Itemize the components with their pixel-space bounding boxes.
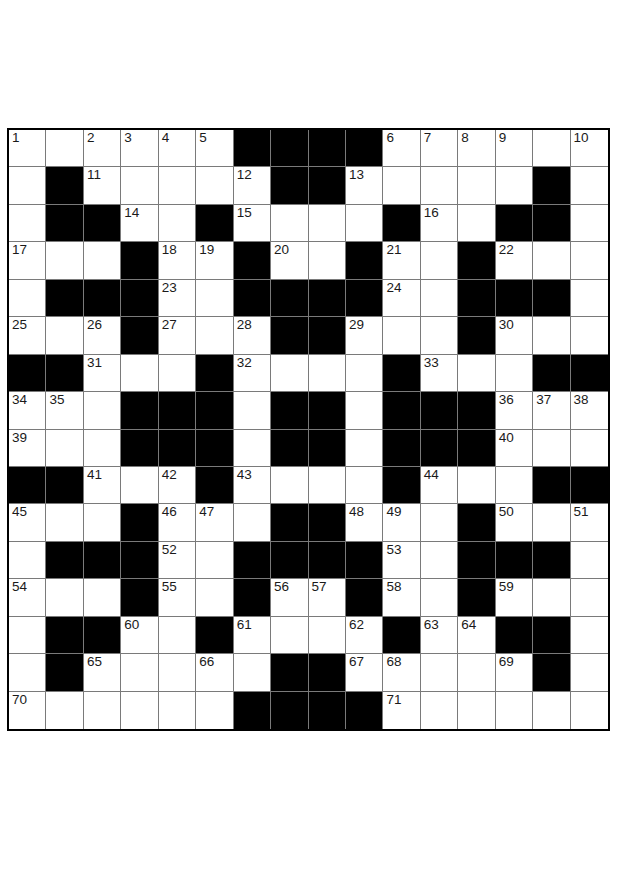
clue-number-49: 49 xyxy=(386,504,401,519)
cell-r2c4[interactable] xyxy=(121,167,158,204)
cell-r16c13[interactable] xyxy=(458,692,495,729)
clue-number-32: 32 xyxy=(237,355,252,370)
cell-r11c10[interactable]: 48 xyxy=(346,504,383,541)
clue-number-70: 70 xyxy=(12,692,27,707)
cell-r13c5[interactable]: 55 xyxy=(159,579,196,616)
cell-r14c8[interactable] xyxy=(271,617,308,654)
cell-r2c3[interactable]: 11 xyxy=(84,167,121,204)
cell-r16c3[interactable] xyxy=(84,692,121,729)
cell-r9c10[interactable] xyxy=(346,430,383,467)
clue-number-6: 6 xyxy=(386,130,394,145)
cell-r3c1[interactable] xyxy=(9,205,46,242)
black-cell-r12c7 xyxy=(234,542,271,579)
cell-r11c5[interactable]: 46 xyxy=(159,504,196,541)
cell-r6c15[interactable] xyxy=(533,317,570,354)
cell-r13c8[interactable]: 56 xyxy=(271,579,308,616)
cell-r13c14[interactable]: 59 xyxy=(496,579,533,616)
cell-r6c10[interactable]: 29 xyxy=(346,317,383,354)
cell-r1c1[interactable]: 1 xyxy=(9,130,46,167)
clue-number-40: 40 xyxy=(499,430,514,445)
cell-r6c7[interactable]: 28 xyxy=(234,317,271,354)
cell-r8c7[interactable] xyxy=(234,392,271,429)
cell-r14c4[interactable]: 60 xyxy=(121,617,158,654)
cell-r4c12[interactable] xyxy=(421,242,458,279)
clue-number-35: 35 xyxy=(49,392,64,407)
cell-r8c14[interactable]: 36 xyxy=(496,392,533,429)
cell-r1c2[interactable] xyxy=(46,130,83,167)
cell-r14c9[interactable] xyxy=(309,617,346,654)
cell-r15c12[interactable] xyxy=(421,654,458,691)
cell-r13c9[interactable]: 57 xyxy=(309,579,346,616)
black-cell-r5c9 xyxy=(309,280,346,317)
cell-r6c3[interactable]: 26 xyxy=(84,317,121,354)
clue-number-45: 45 xyxy=(12,504,27,519)
black-cell-r13c10 xyxy=(346,579,383,616)
black-cell-r8c6 xyxy=(196,392,233,429)
cell-r16c16[interactable] xyxy=(571,692,608,729)
cell-r3c9[interactable] xyxy=(309,205,346,242)
cell-r4c14[interactable]: 22 xyxy=(496,242,533,279)
clue-number-62: 62 xyxy=(349,617,364,632)
clue-number-27: 27 xyxy=(162,317,177,332)
clue-number-55: 55 xyxy=(162,579,177,594)
black-cell-r2c2 xyxy=(46,167,83,204)
cell-r3c7[interactable]: 15 xyxy=(234,205,271,242)
clue-number-10: 10 xyxy=(574,130,589,145)
clue-number-59: 59 xyxy=(499,579,514,594)
cell-r4c11[interactable]: 21 xyxy=(383,242,420,279)
cell-r16c5[interactable] xyxy=(159,692,196,729)
black-cell-r12c15 xyxy=(533,542,570,579)
clue-number-25: 25 xyxy=(12,317,27,332)
clue-number-4: 4 xyxy=(162,130,170,145)
cell-r9c1[interactable]: 39 xyxy=(9,430,46,467)
black-cell-r9c8 xyxy=(271,430,308,467)
black-cell-r7c11 xyxy=(383,355,420,392)
cell-r15c10[interactable]: 67 xyxy=(346,654,383,691)
cell-r14c1[interactable] xyxy=(9,617,46,654)
cell-r8c2[interactable]: 35 xyxy=(46,392,83,429)
cell-r10c13[interactable] xyxy=(458,467,495,504)
cell-r7c8[interactable] xyxy=(271,355,308,392)
cell-r7c13[interactable] xyxy=(458,355,495,392)
cell-r14c7[interactable]: 61 xyxy=(234,617,271,654)
black-cell-r16c10 xyxy=(346,692,383,729)
black-cell-r1c10 xyxy=(346,130,383,167)
cell-r15c16[interactable] xyxy=(571,654,608,691)
cell-r10c10[interactable] xyxy=(346,467,383,504)
clue-number-3: 3 xyxy=(124,130,132,145)
cell-r7c3[interactable]: 31 xyxy=(84,355,121,392)
black-cell-r13c7 xyxy=(234,579,271,616)
clue-number-56: 56 xyxy=(274,579,289,594)
black-cell-r7c15 xyxy=(533,355,570,392)
cell-r4c16[interactable] xyxy=(571,242,608,279)
cell-r3c4[interactable]: 14 xyxy=(121,205,158,242)
cell-r11c14[interactable]: 50 xyxy=(496,504,533,541)
clue-number-39: 39 xyxy=(12,430,27,445)
black-cell-r16c9 xyxy=(309,692,346,729)
cell-r15c1[interactable] xyxy=(9,654,46,691)
black-cell-r5c15 xyxy=(533,280,570,317)
clue-number-47: 47 xyxy=(199,504,214,519)
clue-number-14: 14 xyxy=(124,205,139,220)
cell-r14c10[interactable]: 62 xyxy=(346,617,383,654)
cell-r12c1[interactable] xyxy=(9,542,46,579)
black-cell-r14c14 xyxy=(496,617,533,654)
clue-number-30: 30 xyxy=(499,317,514,332)
cell-r16c12[interactable] xyxy=(421,692,458,729)
black-cell-r13c4 xyxy=(121,579,158,616)
cell-r11c12[interactable] xyxy=(421,504,458,541)
cell-r10c3[interactable]: 41 xyxy=(84,467,121,504)
cell-r12c5[interactable]: 52 xyxy=(159,542,196,579)
black-cell-r5c7 xyxy=(234,280,271,317)
black-cell-r6c9 xyxy=(309,317,346,354)
black-cell-r16c8 xyxy=(271,692,308,729)
black-cell-r5c3 xyxy=(84,280,121,317)
black-cell-r15c8 xyxy=(271,654,308,691)
cell-r5c5[interactable]: 23 xyxy=(159,280,196,317)
cell-r14c12[interactable]: 63 xyxy=(421,617,458,654)
clue-number-15: 15 xyxy=(237,205,252,220)
cell-r11c15[interactable] xyxy=(533,504,570,541)
black-cell-r7c2 xyxy=(46,355,83,392)
cell-r3c13[interactable] xyxy=(458,205,495,242)
black-cell-r2c9 xyxy=(309,167,346,204)
cell-r15c3[interactable]: 65 xyxy=(84,654,121,691)
cell-r11c2[interactable] xyxy=(46,504,83,541)
black-cell-r2c8 xyxy=(271,167,308,204)
black-cell-r10c15 xyxy=(533,467,570,504)
black-cell-r10c6 xyxy=(196,467,233,504)
cell-r5c1[interactable] xyxy=(9,280,46,317)
cell-r9c7[interactable] xyxy=(234,430,271,467)
black-cell-r5c10 xyxy=(346,280,383,317)
cell-r4c3[interactable] xyxy=(84,242,121,279)
cell-r7c9[interactable] xyxy=(309,355,346,392)
black-cell-r15c15 xyxy=(533,654,570,691)
cell-r8c16[interactable]: 38 xyxy=(571,392,608,429)
clue-number-41: 41 xyxy=(87,467,102,482)
clue-number-24: 24 xyxy=(386,280,401,295)
cell-r11c11[interactable]: 49 xyxy=(383,504,420,541)
black-cell-r8c13 xyxy=(458,392,495,429)
cell-r9c14[interactable]: 40 xyxy=(496,430,533,467)
clue-number-53: 53 xyxy=(386,542,401,557)
clue-number-23: 23 xyxy=(162,280,177,295)
cell-r3c16[interactable] xyxy=(571,205,608,242)
black-cell-r7c1 xyxy=(9,355,46,392)
clue-number-31: 31 xyxy=(87,355,102,370)
clue-number-52: 52 xyxy=(162,542,177,557)
cell-r1c6[interactable]: 5 xyxy=(196,130,233,167)
black-cell-r3c3 xyxy=(84,205,121,242)
cell-r1c12[interactable]: 7 xyxy=(421,130,458,167)
cell-r9c2[interactable] xyxy=(46,430,83,467)
clue-number-38: 38 xyxy=(574,392,589,407)
cell-r6c11[interactable] xyxy=(383,317,420,354)
cell-r11c16[interactable]: 51 xyxy=(571,504,608,541)
cell-r13c6[interactable] xyxy=(196,579,233,616)
cell-r13c15[interactable] xyxy=(533,579,570,616)
black-cell-r6c8 xyxy=(271,317,308,354)
cell-r16c15[interactable] xyxy=(533,692,570,729)
cell-r4c5[interactable]: 18 xyxy=(159,242,196,279)
cell-r13c11[interactable]: 58 xyxy=(383,579,420,616)
clue-number-61: 61 xyxy=(237,617,252,632)
cell-r15c11[interactable]: 68 xyxy=(383,654,420,691)
cell-r12c12[interactable] xyxy=(421,542,458,579)
cell-r6c16[interactable] xyxy=(571,317,608,354)
cell-r6c1[interactable]: 25 xyxy=(9,317,46,354)
clue-number-9: 9 xyxy=(499,130,507,145)
cell-r2c5[interactable] xyxy=(159,167,196,204)
black-cell-r6c4 xyxy=(121,317,158,354)
black-cell-r8c5 xyxy=(159,392,196,429)
black-cell-r8c11 xyxy=(383,392,420,429)
black-cell-r4c13 xyxy=(458,242,495,279)
cell-r15c13[interactable] xyxy=(458,654,495,691)
black-cell-r10c1 xyxy=(9,467,46,504)
black-cell-r15c2 xyxy=(46,654,83,691)
clue-number-68: 68 xyxy=(386,654,401,669)
cell-r7c5[interactable] xyxy=(159,355,196,392)
black-cell-r10c16 xyxy=(571,467,608,504)
black-cell-r1c9 xyxy=(309,130,346,167)
black-cell-r10c2 xyxy=(46,467,83,504)
cell-r1c4[interactable]: 3 xyxy=(121,130,158,167)
cell-r8c1[interactable]: 34 xyxy=(9,392,46,429)
cell-r2c6[interactable] xyxy=(196,167,233,204)
black-cell-r11c8 xyxy=(271,504,308,541)
cell-r2c7[interactable]: 12 xyxy=(234,167,271,204)
clue-number-63: 63 xyxy=(424,617,439,632)
cell-r5c6[interactable] xyxy=(196,280,233,317)
clue-number-11: 11 xyxy=(87,167,101,182)
black-cell-r12c9 xyxy=(309,542,346,579)
cell-r16c11[interactable]: 71 xyxy=(383,692,420,729)
cell-r10c4[interactable] xyxy=(121,467,158,504)
cell-r11c1[interactable]: 45 xyxy=(9,504,46,541)
black-cell-r2c15 xyxy=(533,167,570,204)
cell-r1c16[interactable]: 10 xyxy=(571,130,608,167)
black-cell-r9c4 xyxy=(121,430,158,467)
cell-r7c4[interactable] xyxy=(121,355,158,392)
black-cell-r9c6 xyxy=(196,430,233,467)
cell-r13c16[interactable] xyxy=(571,579,608,616)
cell-r3c10[interactable] xyxy=(346,205,383,242)
cell-r2c12[interactable] xyxy=(421,167,458,204)
cell-r13c1[interactable]: 54 xyxy=(9,579,46,616)
cell-r8c10[interactable] xyxy=(346,392,383,429)
cell-r2c16[interactable] xyxy=(571,167,608,204)
black-cell-r12c10 xyxy=(346,542,383,579)
cell-r9c16[interactable] xyxy=(571,430,608,467)
black-cell-r3c2 xyxy=(46,205,83,242)
cell-r6c5[interactable]: 27 xyxy=(159,317,196,354)
cell-r14c16[interactable] xyxy=(571,617,608,654)
cell-r6c14[interactable]: 30 xyxy=(496,317,533,354)
clue-number-50: 50 xyxy=(499,504,514,519)
cell-r9c3[interactable] xyxy=(84,430,121,467)
black-cell-r16c7 xyxy=(234,692,271,729)
clue-number-46: 46 xyxy=(162,504,177,519)
clue-number-13: 13 xyxy=(349,167,364,182)
clue-number-36: 36 xyxy=(499,392,514,407)
cell-r1c3[interactable]: 2 xyxy=(84,130,121,167)
cell-r16c2[interactable] xyxy=(46,692,83,729)
cell-r6c2[interactable] xyxy=(46,317,83,354)
cell-r6c12[interactable] xyxy=(421,317,458,354)
cell-r1c13[interactable]: 8 xyxy=(458,130,495,167)
clue-number-2: 2 xyxy=(87,130,95,145)
cell-r4c15[interactable] xyxy=(533,242,570,279)
black-cell-r14c15 xyxy=(533,617,570,654)
cell-r4c6[interactable]: 19 xyxy=(196,242,233,279)
page: { "game": "crossword", "grid": { "rows":… xyxy=(0,0,620,875)
cell-r10c9[interactable] xyxy=(309,467,346,504)
cell-r2c13[interactable] xyxy=(458,167,495,204)
crossword-grid: 1234567891011121314151617181920212223242… xyxy=(7,128,610,731)
cell-r15c7[interactable] xyxy=(234,654,271,691)
cell-r13c2[interactable] xyxy=(46,579,83,616)
black-cell-r9c11 xyxy=(383,430,420,467)
black-cell-r9c13 xyxy=(458,430,495,467)
black-cell-r7c16 xyxy=(571,355,608,392)
clue-number-22: 22 xyxy=(499,242,514,257)
cell-r16c1[interactable]: 70 xyxy=(9,692,46,729)
cell-r1c5[interactable]: 4 xyxy=(159,130,196,167)
cell-r10c5[interactable]: 42 xyxy=(159,467,196,504)
cell-r7c14[interactable] xyxy=(496,355,533,392)
cell-r13c12[interactable] xyxy=(421,579,458,616)
cell-r4c8[interactable]: 20 xyxy=(271,242,308,279)
cell-r14c13[interactable]: 64 xyxy=(458,617,495,654)
black-cell-r12c4 xyxy=(121,542,158,579)
cell-r10c8[interactable] xyxy=(271,467,308,504)
cell-r5c11[interactable]: 24 xyxy=(383,280,420,317)
cell-r7c10[interactable] xyxy=(346,355,383,392)
black-cell-r12c8 xyxy=(271,542,308,579)
cell-r15c6[interactable]: 66 xyxy=(196,654,233,691)
cell-r5c12[interactable] xyxy=(421,280,458,317)
clue-number-60: 60 xyxy=(124,617,139,632)
cell-r6c6[interactable] xyxy=(196,317,233,354)
cell-r10c14[interactable] xyxy=(496,467,533,504)
cell-r11c6[interactable]: 47 xyxy=(196,504,233,541)
cell-r2c11[interactable] xyxy=(383,167,420,204)
cell-r9c15[interactable] xyxy=(533,430,570,467)
cell-r4c2[interactable] xyxy=(46,242,83,279)
cell-r7c12[interactable]: 33 xyxy=(421,355,458,392)
clue-number-12: 12 xyxy=(237,167,252,182)
cell-r11c3[interactable] xyxy=(84,504,121,541)
black-cell-r5c2 xyxy=(46,280,83,317)
cell-r16c4[interactable] xyxy=(121,692,158,729)
clue-number-29: 29 xyxy=(349,317,364,332)
black-cell-r9c9 xyxy=(309,430,346,467)
cell-r13c3[interactable] xyxy=(84,579,121,616)
clue-number-69: 69 xyxy=(499,654,514,669)
cell-r16c6[interactable] xyxy=(196,692,233,729)
black-cell-r14c6 xyxy=(196,617,233,654)
black-cell-r3c15 xyxy=(533,205,570,242)
clue-number-18: 18 xyxy=(162,242,177,257)
clue-number-48: 48 xyxy=(349,504,364,519)
black-cell-r8c9 xyxy=(309,392,346,429)
clue-number-20: 20 xyxy=(274,242,289,257)
cell-r8c15[interactable]: 37 xyxy=(533,392,570,429)
cell-r1c11[interactable]: 6 xyxy=(383,130,420,167)
clue-number-16: 16 xyxy=(424,205,439,220)
black-cell-r4c4 xyxy=(121,242,158,279)
clue-number-17: 17 xyxy=(12,242,27,257)
black-cell-r5c8 xyxy=(271,280,308,317)
cell-r12c16[interactable] xyxy=(571,542,608,579)
black-cell-r1c7 xyxy=(234,130,271,167)
cell-r15c4[interactable] xyxy=(121,654,158,691)
black-cell-r9c5 xyxy=(159,430,196,467)
cell-r2c14[interactable] xyxy=(496,167,533,204)
cell-r1c14[interactable]: 9 xyxy=(496,130,533,167)
cell-r1c15[interactable] xyxy=(533,130,570,167)
black-cell-r12c13 xyxy=(458,542,495,579)
black-cell-r3c11 xyxy=(383,205,420,242)
black-cell-r8c12 xyxy=(421,392,458,429)
black-cell-r11c13 xyxy=(458,504,495,541)
black-cell-r6c13 xyxy=(458,317,495,354)
cell-r7c7[interactable]: 32 xyxy=(234,355,271,392)
clue-number-65: 65 xyxy=(87,654,102,669)
cell-r2c1[interactable] xyxy=(9,167,46,204)
cell-r2c10[interactable]: 13 xyxy=(346,167,383,204)
clue-number-51: 51 xyxy=(574,504,589,519)
black-cell-r12c2 xyxy=(46,542,83,579)
clue-number-26: 26 xyxy=(87,317,102,332)
clue-number-1: 1 xyxy=(12,130,20,145)
cell-r15c5[interactable] xyxy=(159,654,196,691)
cell-r11c7[interactable] xyxy=(234,504,271,541)
black-cell-r5c13 xyxy=(458,280,495,317)
clue-number-44: 44 xyxy=(424,467,439,482)
cell-r14c5[interactable] xyxy=(159,617,196,654)
black-cell-r7c6 xyxy=(196,355,233,392)
black-cell-r11c9 xyxy=(309,504,346,541)
clue-number-67: 67 xyxy=(349,654,364,669)
cell-r3c12[interactable]: 16 xyxy=(421,205,458,242)
cell-r4c9[interactable] xyxy=(309,242,346,279)
cell-r10c12[interactable]: 44 xyxy=(421,467,458,504)
cell-r4c1[interactable]: 17 xyxy=(9,242,46,279)
clue-number-5: 5 xyxy=(199,130,207,145)
cell-r15c14[interactable]: 69 xyxy=(496,654,533,691)
clue-number-42: 42 xyxy=(162,467,177,482)
black-cell-r8c4 xyxy=(121,392,158,429)
black-cell-r8c8 xyxy=(271,392,308,429)
black-cell-r5c4 xyxy=(121,280,158,317)
clue-number-28: 28 xyxy=(237,317,252,332)
black-cell-r15c9 xyxy=(309,654,346,691)
cell-r5c16[interactable] xyxy=(571,280,608,317)
cell-r3c5[interactable] xyxy=(159,205,196,242)
cell-r12c11[interactable]: 53 xyxy=(383,542,420,579)
cell-r10c7[interactable]: 43 xyxy=(234,467,271,504)
cell-r3c8[interactable] xyxy=(271,205,308,242)
cell-r8c3[interactable] xyxy=(84,392,121,429)
cell-r12c6[interactable] xyxy=(196,542,233,579)
cell-r16c14[interactable] xyxy=(496,692,533,729)
